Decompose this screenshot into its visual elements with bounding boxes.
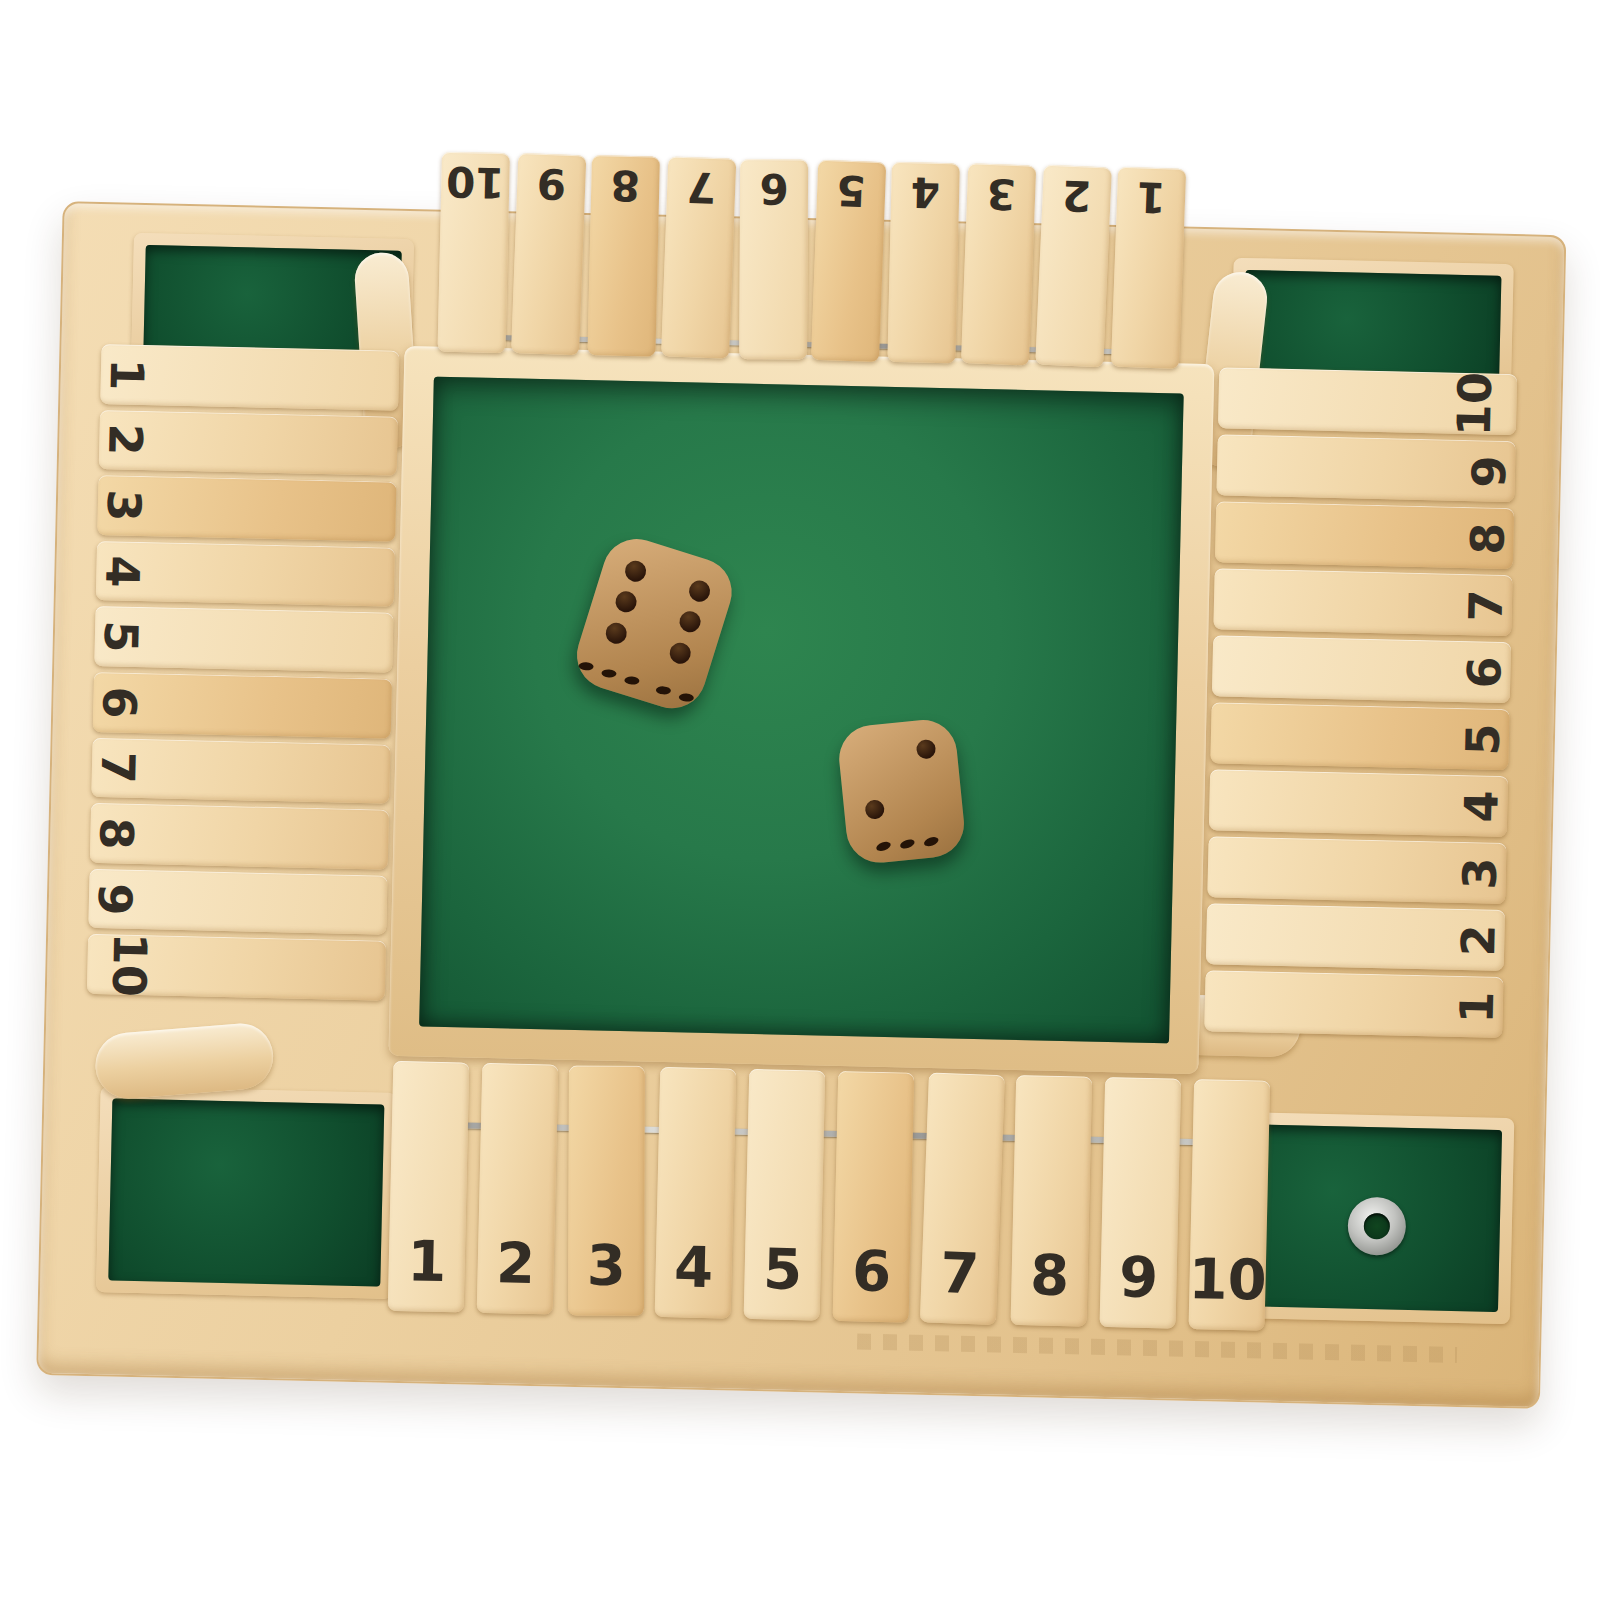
tile-east-6[interactable]: 6 (1212, 635, 1511, 703)
tile-number: 10 (106, 932, 153, 997)
die-face-cell (913, 761, 944, 791)
tile-number: 3 (587, 1238, 626, 1294)
tile-west-10[interactable]: 10 (87, 934, 386, 1000)
south-tile-rack: 12345678910 (388, 1061, 1270, 1331)
tile-number: 9 (92, 883, 139, 916)
tile-number: 6 (852, 1243, 892, 1300)
die-pip (667, 640, 693, 666)
die-top-face (840, 721, 960, 837)
shut-the-box-board: 10987654321 12345678910 10987654321 1234… (36, 133, 1564, 1412)
tile-south-9[interactable]: 9 (1099, 1077, 1181, 1329)
tile-north-7[interactable]: 7 (661, 156, 736, 358)
tile-east-8[interactable]: 8 (1215, 501, 1514, 569)
tile-number: 7 (686, 165, 717, 208)
west-tile-rack: 12345678910 (87, 344, 400, 1001)
tile-number: 5 (98, 620, 145, 653)
tile-north-5[interactable]: 5 (811, 160, 886, 362)
tile-east-1[interactable]: 1 (1204, 970, 1503, 1038)
die-side-pip (656, 686, 671, 695)
tile-number: 5 (836, 168, 867, 211)
tile-south-5[interactable]: 5 (744, 1069, 826, 1321)
tile-number: 10 (446, 160, 505, 203)
tile-west-6[interactable]: 6 (93, 672, 392, 738)
tile-north-6[interactable]: 6 (739, 159, 808, 359)
corner-pocket-bottom-left (96, 1086, 397, 1299)
die-side-pip (922, 835, 939, 848)
tile-south-6[interactable]: 6 (833, 1071, 915, 1323)
die-one[interactable] (568, 531, 740, 717)
tile-number: 4 (1458, 789, 1505, 822)
inner-rail-frame (388, 346, 1214, 1074)
die-side-pip (578, 662, 593, 671)
tile-west-8[interactable]: 8 (90, 803, 389, 869)
die-side-pip (875, 840, 892, 853)
tile-number: 2 (496, 1235, 536, 1292)
tile-number: 3 (986, 172, 1017, 215)
product-photo-canvas: 10987654321 12345678910 10987654321 1234… (0, 0, 1600, 1600)
north-tile-rack: 10987654321 (437, 152, 1184, 369)
tile-west-7[interactable]: 7 (91, 738, 390, 804)
die-two[interactable] (836, 717, 967, 866)
die-pip (613, 589, 639, 615)
tile-north-3[interactable]: 3 (961, 163, 1036, 365)
tile-number: 2 (102, 423, 149, 456)
tile-number: 7 (1463, 588, 1510, 621)
tile-number: 6 (96, 686, 143, 719)
tile-east-7[interactable]: 7 (1213, 568, 1512, 636)
die-pip (686, 578, 712, 604)
tile-number: 8 (1030, 1247, 1070, 1304)
center-felt-arena (419, 377, 1184, 1044)
tile-south-2[interactable]: 2 (477, 1063, 559, 1315)
tile-number: 10 (1451, 371, 1498, 436)
tile-south-1[interactable]: 1 (388, 1061, 470, 1313)
tile-number: 1 (1136, 175, 1167, 218)
die-face-cell (885, 764, 916, 794)
tile-number: 9 (1119, 1249, 1159, 1306)
tile-east-2[interactable]: 2 (1206, 903, 1505, 971)
tile-number: 3 (101, 489, 148, 522)
die-side-pip-group (655, 684, 695, 703)
tile-west-3[interactable]: 3 (97, 475, 396, 541)
tile-number: 2 (1455, 923, 1502, 956)
tile-south-8[interactable]: 8 (1011, 1075, 1093, 1327)
die-face-cell (911, 734, 942, 764)
metal-grommet (1347, 1197, 1406, 1256)
tile-number: 9 (1466, 455, 1513, 488)
tile-east-9[interactable]: 9 (1216, 434, 1515, 502)
tile-north-10[interactable]: 10 (437, 152, 510, 353)
die-pip (916, 739, 937, 760)
die-pip (623, 558, 649, 584)
tile-east-10[interactable]: 10 (1218, 367, 1517, 435)
tile-number: 7 (939, 1245, 980, 1302)
tile-south-10[interactable]: 10 (1188, 1079, 1270, 1331)
tile-west-1[interactable]: 1 (100, 344, 399, 410)
die-face-cell (859, 794, 890, 824)
tile-north-9[interactable]: 9 (511, 153, 586, 355)
tile-number: 2 (1061, 174, 1092, 217)
tile-east-4[interactable]: 4 (1209, 769, 1508, 837)
tile-number: 10 (1188, 1251, 1267, 1309)
die-face-cell (882, 737, 913, 767)
tile-west-4[interactable]: 4 (96, 541, 395, 607)
tile-number: 6 (1461, 655, 1508, 688)
tile-west-2[interactable]: 2 (99, 410, 398, 476)
tile-number: 7 (95, 751, 142, 784)
die-side-pip (601, 669, 616, 678)
tile-south-3[interactable]: 3 (568, 1066, 645, 1316)
tile-north-1[interactable]: 1 (1111, 167, 1186, 369)
tile-number: 4 (674, 1239, 714, 1296)
tile-number: 9 (536, 162, 567, 205)
tile-number: 6 (759, 167, 788, 209)
die-pip (603, 620, 629, 646)
tile-number: 5 (1460, 722, 1507, 755)
tile-number: 8 (1464, 522, 1511, 555)
tile-number: 5 (763, 1241, 803, 1298)
die-side-pip-group (875, 837, 938, 851)
tile-north-8[interactable]: 8 (587, 155, 660, 356)
die-face-cell (916, 789, 947, 819)
tile-number: 4 (910, 170, 940, 213)
tile-east-3[interactable]: 3 (1207, 836, 1506, 904)
die-side-pip (679, 693, 694, 702)
die-face-cell (854, 740, 885, 770)
tile-number: 8 (93, 817, 140, 850)
east-tile-rack: 10987654321 (1204, 367, 1517, 1038)
tile-number: 3 (1457, 856, 1504, 889)
tile-number: 1 (407, 1233, 447, 1290)
tile-number: 4 (99, 555, 146, 588)
tile-west-9[interactable]: 9 (88, 869, 387, 935)
die-pip (677, 609, 703, 635)
tile-north-2[interactable]: 2 (1035, 165, 1112, 368)
die-pip (864, 799, 885, 820)
tile-south-7[interactable]: 7 (920, 1072, 1005, 1325)
tile-east-5[interactable]: 5 (1210, 702, 1509, 770)
die-side-pip (624, 676, 639, 685)
tile-south-4[interactable]: 4 (655, 1067, 737, 1319)
tile-number: 8 (610, 164, 640, 207)
pocket-felt (108, 1098, 384, 1286)
tile-north-4[interactable]: 4 (887, 162, 960, 363)
tile-number: 1 (104, 358, 151, 391)
tile-west-5[interactable]: 5 (94, 606, 393, 672)
die-side-pip (898, 838, 915, 851)
tile-number: 1 (1453, 990, 1500, 1023)
die-face-cell (856, 767, 887, 797)
die-face-cell (887, 792, 918, 822)
